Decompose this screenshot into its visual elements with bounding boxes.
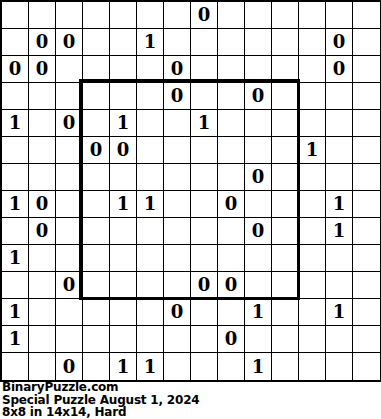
cell-r6c5[interactable] [137,164,164,191]
cell-r7c1: 0 [29,191,56,218]
cell-r8c8[interactable] [218,218,245,245]
cell-r13c13[interactable] [353,353,380,380]
cell-r0c12[interactable] [326,2,353,29]
cell-r13c12[interactable] [326,353,353,380]
cell-r6c1[interactable] [29,164,56,191]
cell-r1c3[interactable] [83,29,110,56]
cell-r4c11[interactable] [299,110,326,137]
cell-r4c6[interactable] [164,110,191,137]
cell-r4c5[interactable] [137,110,164,137]
cell-r0c13[interactable] [353,2,380,29]
cell-r2c3[interactable] [83,56,110,83]
cell-r1c0[interactable] [2,29,29,56]
cell-r9c0: 1 [2,245,29,272]
cell-r12c0: 1 [2,326,29,353]
cell-r13c0[interactable] [2,353,29,380]
cell-r6c3[interactable] [83,164,110,191]
cell-r0c8[interactable] [218,2,245,29]
cell-r11c1[interactable] [29,299,56,326]
cell-r5c11: 1 [299,137,326,164]
cell-r6c13[interactable] [353,164,380,191]
cell-r3c1[interactable] [29,83,56,110]
cell-r10c1[interactable] [29,272,56,299]
cell-r2c12: 0 [326,56,353,83]
cell-r4c12[interactable] [326,110,353,137]
cell-r1c2: 0 [56,29,83,56]
cell-r13c2: 0 [56,353,83,380]
cell-r8c2[interactable] [56,218,83,245]
site-title: BinaryPuzzle.com [2,381,379,394]
cell-r2c9[interactable] [245,56,272,83]
cell-r8c9: 0 [245,218,272,245]
cell-r3c8[interactable] [218,83,245,110]
cell-r5c5[interactable] [137,137,164,164]
cell-r10c9[interactable] [245,272,272,299]
cell-r5c10[interactable] [272,137,299,164]
cell-r2c4[interactable] [110,56,137,83]
cell-r3c7[interactable] [191,83,218,110]
cell-r5c7[interactable] [191,137,218,164]
cell-r5c3: 0 [83,137,110,164]
cell-r7c5: 1 [137,191,164,218]
cell-r2c11[interactable] [299,56,326,83]
cell-r4c7: 1 [191,110,218,137]
cell-r7c0: 1 [2,191,29,218]
cell-r4c2: 0 [56,110,83,137]
cell-r10c12[interactable] [326,272,353,299]
cell-r11c5[interactable] [137,299,164,326]
cell-r13c10[interactable] [272,353,299,380]
cell-r0c2[interactable] [56,2,83,29]
cell-r4c3[interactable] [83,110,110,137]
cell-r7c2[interactable] [56,191,83,218]
cell-r1c9[interactable] [245,29,272,56]
cell-r13c8[interactable] [218,353,245,380]
cell-r10c7: 0 [191,272,218,299]
cell-r8c4[interactable] [110,218,137,245]
cell-r0c9[interactable] [245,2,272,29]
cell-r6c7[interactable] [191,164,218,191]
cell-r6c4[interactable] [110,164,137,191]
cell-r13c4: 1 [110,353,137,380]
cell-r1c10[interactable] [272,29,299,56]
cell-r6c10[interactable] [272,164,299,191]
cell-r13c7[interactable] [191,353,218,380]
cell-r2c7[interactable] [191,56,218,83]
cell-r1c5: 1 [137,29,164,56]
cell-r3c6: 0 [164,83,191,110]
cell-r9c2[interactable] [56,245,83,272]
cell-r0c10[interactable] [272,2,299,29]
cell-r9c11[interactable] [299,245,326,272]
cell-r4c9[interactable] [245,110,272,137]
cell-r11c10[interactable] [272,299,299,326]
cell-r8c10[interactable] [272,218,299,245]
cell-r1c12: 0 [326,29,353,56]
cell-r12c9[interactable] [245,326,272,353]
cell-r8c0[interactable] [2,218,29,245]
cell-r12c6[interactable] [164,326,191,353]
cell-r6c0[interactable] [2,164,29,191]
cell-r11c11[interactable] [299,299,326,326]
cell-r5c6[interactable] [164,137,191,164]
cell-r10c3[interactable] [83,272,110,299]
cell-r4c0: 1 [2,110,29,137]
cell-r0c7: 0 [191,2,218,29]
cell-r12c13[interactable] [353,326,380,353]
cell-r10c6[interactable] [164,272,191,299]
cell-r10c10[interactable] [272,272,299,299]
cell-r13c5: 1 [137,353,164,380]
cell-r10c8: 0 [218,272,245,299]
cell-r2c8[interactable] [218,56,245,83]
cell-r10c2: 0 [56,272,83,299]
cell-r8c3[interactable] [83,218,110,245]
cell-r8c11[interactable] [299,218,326,245]
cell-r1c6[interactable] [164,29,191,56]
cell-r6c9: 0 [245,164,272,191]
cell-r6c8[interactable] [218,164,245,191]
cell-r8c5[interactable] [137,218,164,245]
cell-r4c10[interactable] [272,110,299,137]
cell-r12c4[interactable] [110,326,137,353]
cell-r3c13[interactable] [353,83,380,110]
cell-r12c1[interactable] [29,326,56,353]
cell-r7c6[interactable] [164,191,191,218]
cell-r7c4: 1 [110,191,137,218]
cell-r1c7[interactable] [191,29,218,56]
cell-r4c8[interactable] [218,110,245,137]
cell-r7c3[interactable] [83,191,110,218]
cell-r9c3[interactable] [83,245,110,272]
cell-r2c1: 0 [29,56,56,83]
caption: BinaryPuzzle.com Special Puzzle August 1… [2,381,379,419]
cell-r3c5[interactable] [137,83,164,110]
cell-r10c11[interactable] [299,272,326,299]
cell-r9c13[interactable] [353,245,380,272]
cell-r2c13[interactable] [353,56,380,83]
cell-r7c7[interactable] [191,191,218,218]
cell-r11c2[interactable] [56,299,83,326]
cell-r9c9[interactable] [245,245,272,272]
cell-r3c2[interactable] [56,83,83,110]
cell-r2c6: 0 [164,56,191,83]
cell-r7c11[interactable] [299,191,326,218]
cell-r13c9: 1 [245,353,272,380]
cell-r5c4: 0 [110,137,137,164]
cell-r11c3[interactable] [83,299,110,326]
cell-r9c12[interactable] [326,245,353,272]
cell-r0c5[interactable] [137,2,164,29]
cell-r8c12: 1 [326,218,353,245]
cell-r3c9: 0 [245,83,272,110]
cell-r1c1: 0 [29,29,56,56]
cell-r0c4[interactable] [110,2,137,29]
cell-r3c3[interactable] [83,83,110,110]
cell-r12c2[interactable] [56,326,83,353]
cell-r2c0: 0 [2,56,29,83]
cell-r12c10[interactable] [272,326,299,353]
cell-r5c0[interactable] [2,137,29,164]
cell-r6c11[interactable] [299,164,326,191]
cell-r2c5[interactable] [137,56,164,83]
cell-r13c6[interactable] [164,353,191,380]
cell-r6c12[interactable] [326,164,353,191]
cell-r7c9[interactable] [245,191,272,218]
cell-r11c4[interactable] [110,299,137,326]
cell-r9c10[interactable] [272,245,299,272]
cell-r12c12[interactable] [326,326,353,353]
cell-r1c13[interactable] [353,29,380,56]
cell-r10c0[interactable] [2,272,29,299]
cell-r12c7[interactable] [191,326,218,353]
cell-r5c1[interactable] [29,137,56,164]
cell-r8c7[interactable] [191,218,218,245]
cell-r10c13[interactable] [353,272,380,299]
cell-r5c2[interactable] [56,137,83,164]
cell-r1c11[interactable] [299,29,326,56]
puzzle-page: 0001000000010110010101101001100010111001… [0,0,381,419]
cell-r9c7[interactable] [191,245,218,272]
cell-r2c2[interactable] [56,56,83,83]
cell-r10c5[interactable] [137,272,164,299]
cell-r10c4[interactable] [110,272,137,299]
cell-r0c6[interactable] [164,2,191,29]
cell-r3c0[interactable] [2,83,29,110]
cell-r0c11[interactable] [299,2,326,29]
cell-r8c13[interactable] [353,218,380,245]
cell-r5c8[interactable] [218,137,245,164]
puzzle-size-difficulty: 8x8 in 14x14, Hard [2,406,379,419]
cell-r5c9[interactable] [245,137,272,164]
cell-r13c11[interactable] [299,353,326,380]
cell-r9c5[interactable] [137,245,164,272]
cell-r3c4[interactable] [110,83,137,110]
cell-r13c1[interactable] [29,353,56,380]
cell-r1c4[interactable] [110,29,137,56]
cell-r11c13[interactable] [353,299,380,326]
cell-r0c3[interactable] [83,2,110,29]
cell-r8c6[interactable] [164,218,191,245]
cell-r11c6: 0 [164,299,191,326]
cell-r12c11[interactable] [299,326,326,353]
cell-r3c11[interactable] [299,83,326,110]
cell-r7c12: 1 [326,191,353,218]
cell-r12c8: 0 [218,326,245,353]
cell-r3c10[interactable] [272,83,299,110]
cell-r0c0[interactable] [2,2,29,29]
cell-r13c3[interactable] [83,353,110,380]
cell-r11c8[interactable] [218,299,245,326]
cell-r5c13[interactable] [353,137,380,164]
cell-r9c8[interactable] [218,245,245,272]
cell-r7c13[interactable] [353,191,380,218]
cell-r11c9: 1 [245,299,272,326]
cell-r9c6[interactable] [164,245,191,272]
cell-r11c0: 1 [2,299,29,326]
puzzle-board: 0001000000010110010101101001100010111001… [0,0,381,382]
cell-r5c12[interactable] [326,137,353,164]
cell-r7c10[interactable] [272,191,299,218]
cell-r6c6[interactable] [164,164,191,191]
cell-r11c12: 1 [326,299,353,326]
cell-r1c8[interactable] [218,29,245,56]
cell-r11c7[interactable] [191,299,218,326]
cell-r8c1: 0 [29,218,56,245]
cell-r4c13[interactable] [353,110,380,137]
cell-r9c4[interactable] [110,245,137,272]
cell-r12c5[interactable] [137,326,164,353]
cell-r9c1[interactable] [29,245,56,272]
cell-r4c1[interactable] [29,110,56,137]
cell-r3c12[interactable] [326,83,353,110]
cell-r6c2[interactable] [56,164,83,191]
cell-r7c8: 0 [218,191,245,218]
cell-r0c1[interactable] [29,2,56,29]
cell-r4c4: 1 [110,110,137,137]
cell-r12c3[interactable] [83,326,110,353]
cell-r2c10[interactable] [272,56,299,83]
